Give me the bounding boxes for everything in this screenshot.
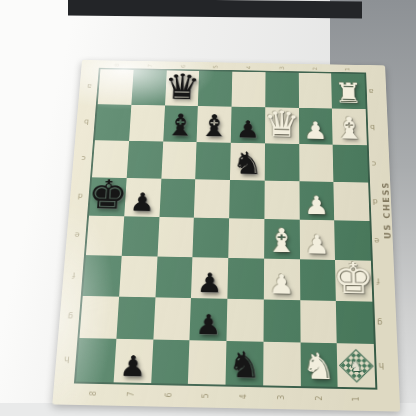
logo-knight-icon: ♞ bbox=[349, 357, 363, 374]
piece-white-queen[interactable]: ♛ bbox=[263, 106, 300, 143]
square-c3[interactable] bbox=[264, 143, 299, 181]
piece-black-bishop[interactable]: ♝ bbox=[165, 110, 197, 140]
square-h1[interactable]: ♞ bbox=[337, 343, 375, 387]
square-e6[interactable] bbox=[157, 217, 194, 257]
square-e5[interactable] bbox=[193, 218, 229, 258]
piece-white-bishop[interactable]: ♝ bbox=[334, 113, 365, 143]
square-h7[interactable]: ♟ bbox=[113, 339, 153, 383]
chess-board-grid: ♛♜♝♝♟♛♟♝♞♚♟♟♝♟♟♟♚♟♟♞♞♞ bbox=[76, 69, 375, 387]
square-b5[interactable]: ♝ bbox=[197, 106, 232, 143]
piece-white-king[interactable]: ♚ bbox=[333, 256, 375, 299]
square-a6[interactable]: ♛ bbox=[165, 70, 200, 106]
coordinate-label-f: f bbox=[66, 255, 83, 296]
coordinate-label-b: b bbox=[79, 104, 94, 140]
square-g1[interactable] bbox=[336, 301, 374, 344]
square-e2[interactable]: ♟ bbox=[299, 220, 335, 260]
coordinate-label-a: a bbox=[364, 74, 378, 109]
square-f5[interactable]: ♟ bbox=[191, 257, 228, 299]
piece-black-pawn[interactable]: ♟ bbox=[195, 311, 222, 339]
square-d4[interactable] bbox=[229, 180, 264, 219]
piece-white-knight[interactable]: ♞ bbox=[302, 348, 336, 385]
coordinate-label-h: h bbox=[374, 344, 389, 388]
square-h2[interactable]: ♞ bbox=[300, 342, 338, 386]
square-g8[interactable] bbox=[79, 296, 118, 339]
square-c6[interactable] bbox=[161, 141, 197, 179]
coordinate-label-g: g bbox=[62, 296, 79, 338]
square-c7[interactable] bbox=[126, 141, 162, 179]
square-f6[interactable] bbox=[155, 257, 193, 299]
piece-white-pawn[interactable]: ♟ bbox=[304, 232, 330, 258]
square-g5[interactable]: ♟ bbox=[190, 298, 228, 341]
square-e3[interactable]: ♝ bbox=[264, 219, 300, 259]
square-b1[interactable]: ♝ bbox=[332, 108, 367, 145]
square-b3[interactable]: ♛ bbox=[265, 107, 299, 144]
square-h5[interactable] bbox=[188, 340, 226, 384]
square-g6[interactable] bbox=[153, 297, 191, 340]
chessboard-photo: 87654321 87654321 abcdefgh abcdefgh ♛♜♝♝… bbox=[0, 0, 416, 416]
square-b7[interactable] bbox=[129, 105, 165, 142]
piece-white-pawn[interactable]: ♟ bbox=[304, 193, 329, 219]
square-h6[interactable] bbox=[151, 340, 190, 384]
square-g7[interactable] bbox=[116, 297, 155, 340]
background-dark-strip bbox=[68, 0, 362, 19]
square-d8[interactable]: ♚ bbox=[89, 177, 126, 216]
square-a1[interactable]: ♜ bbox=[331, 73, 365, 109]
square-d1[interactable] bbox=[334, 182, 370, 221]
square-d5[interactable] bbox=[194, 179, 230, 218]
piece-black-knight[interactable]: ♞ bbox=[232, 148, 263, 179]
piece-black-queen[interactable]: ♛ bbox=[163, 69, 201, 105]
vinyl-chess-mat: 87654321 87654321 abcdefgh abcdefgh ♛♜♝♝… bbox=[52, 60, 400, 412]
square-d7[interactable]: ♟ bbox=[124, 178, 161, 217]
square-a7[interactable] bbox=[131, 70, 166, 106]
piece-black-pawn[interactable]: ♟ bbox=[129, 190, 155, 216]
square-a2[interactable] bbox=[298, 73, 332, 109]
square-g3[interactable] bbox=[263, 299, 300, 342]
square-g4[interactable] bbox=[226, 299, 263, 342]
square-f1[interactable]: ♚ bbox=[335, 260, 372, 302]
square-f3[interactable]: ♟ bbox=[264, 259, 300, 301]
coordinate-label-b: b bbox=[366, 109, 380, 145]
coordinate-label-e: e bbox=[69, 215, 85, 255]
square-e8[interactable] bbox=[86, 216, 124, 256]
piece-white-rook[interactable]: ♜ bbox=[334, 79, 363, 107]
coordinate-label-c: c bbox=[367, 145, 381, 183]
piece-black-pawn[interactable]: ♟ bbox=[236, 118, 260, 142]
piece-black-king[interactable]: ♚ bbox=[87, 174, 129, 215]
square-e7[interactable] bbox=[121, 216, 159, 256]
piece-black-knight[interactable]: ♞ bbox=[227, 347, 261, 384]
square-h4[interactable]: ♞ bbox=[226, 341, 264, 385]
square-b6[interactable]: ♝ bbox=[163, 105, 198, 142]
square-f8[interactable] bbox=[83, 255, 122, 296]
piece-black-pawn[interactable]: ♟ bbox=[196, 270, 222, 297]
square-f4[interactable] bbox=[227, 258, 264, 300]
square-c1[interactable] bbox=[333, 145, 368, 183]
square-b2[interactable]: ♟ bbox=[299, 108, 333, 145]
square-c5[interactable] bbox=[195, 142, 230, 180]
square-c2[interactable] bbox=[299, 144, 334, 182]
square-h3[interactable] bbox=[263, 342, 300, 386]
square-h8[interactable] bbox=[76, 338, 116, 382]
coordinate-label-h: h bbox=[58, 338, 75, 382]
square-c4[interactable]: ♞ bbox=[230, 143, 265, 181]
square-g2[interactable] bbox=[300, 300, 337, 343]
piece-white-pawn[interactable]: ♟ bbox=[303, 119, 327, 143]
square-f7[interactable] bbox=[119, 256, 157, 298]
piece-black-pawn[interactable]: ♟ bbox=[119, 352, 147, 381]
square-d3[interactable] bbox=[264, 181, 299, 220]
piece-white-pawn[interactable]: ♟ bbox=[269, 271, 295, 298]
square-b4[interactable]: ♟ bbox=[231, 107, 265, 144]
coordinate-label-c: c bbox=[76, 140, 92, 177]
coordinate-label-a: a bbox=[82, 69, 97, 104]
square-a8[interactable] bbox=[98, 69, 134, 105]
us-chess-knight-diamond-logo: ♞ bbox=[340, 350, 372, 381]
piece-white-bishop[interactable]: ♝ bbox=[266, 224, 298, 257]
square-a5[interactable] bbox=[198, 71, 232, 107]
square-d2[interactable]: ♟ bbox=[299, 181, 334, 220]
piece-black-bishop[interactable]: ♝ bbox=[198, 111, 229, 141]
square-a4[interactable] bbox=[232, 72, 266, 108]
square-f2[interactable] bbox=[300, 259, 337, 301]
coordinate-label-g: g bbox=[372, 302, 387, 345]
square-e4[interactable] bbox=[228, 218, 264, 258]
square-b8[interactable] bbox=[95, 104, 131, 141]
square-d6[interactable] bbox=[159, 179, 195, 218]
